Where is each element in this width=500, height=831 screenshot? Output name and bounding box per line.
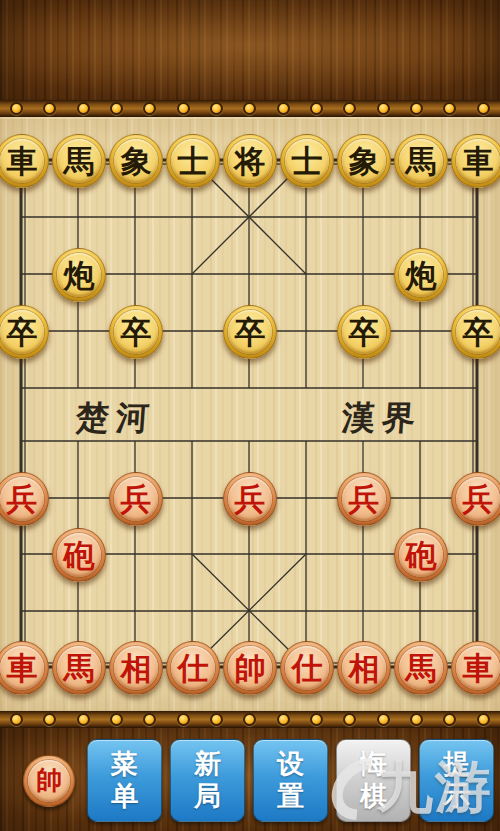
menu-button-label: 单: [111, 781, 138, 812]
rivet-stud: [177, 713, 190, 726]
settings-button-label: 置: [277, 781, 304, 812]
rivet-stud: [310, 102, 323, 115]
settings-button-label: 设: [277, 749, 304, 780]
rivet-stud: [43, 713, 56, 726]
red-horse-piece[interactable]: 馬: [394, 641, 448, 695]
piece-character: 炮: [64, 260, 95, 291]
red-chariot-piece[interactable]: 車: [451, 641, 500, 695]
rivet-stud: [410, 713, 423, 726]
piece-character: 卒: [349, 317, 380, 348]
undo-button[interactable]: 悔 棋: [336, 739, 411, 822]
piece-character: 卒: [463, 317, 494, 348]
hint-button-label: 示: [443, 781, 470, 812]
piece-character: 卒: [121, 317, 152, 348]
black-cannon-piece[interactable]: 炮: [394, 248, 448, 302]
red-soldier-piece[interactable]: 兵: [109, 472, 163, 526]
black-cannon-piece[interactable]: 炮: [52, 248, 106, 302]
rivet-stud: [310, 713, 323, 726]
red-elephant-piece[interactable]: 相: [337, 641, 391, 695]
black-advisor-piece[interactable]: 士: [166, 134, 220, 188]
board-grid: [0, 117, 500, 711]
rivet-stud: [143, 713, 156, 726]
rivet-stud: [10, 713, 23, 726]
hint-button[interactable]: 提 示: [419, 739, 494, 822]
piece-character: 車: [463, 146, 494, 177]
piece-character: 車: [7, 653, 38, 684]
rivet-stud: [477, 713, 490, 726]
black-chariot-piece[interactable]: 車: [451, 134, 500, 188]
red-advisor-piece[interactable]: 仕: [166, 641, 220, 695]
piece-character: 車: [7, 146, 38, 177]
piece-character: 兵: [7, 484, 38, 515]
turn-indicator-character: 帥: [36, 768, 62, 794]
rivet-stud: [443, 102, 456, 115]
rivet-stud: [377, 713, 390, 726]
black-advisor-piece[interactable]: 士: [280, 134, 334, 188]
xiangqi-board[interactable]: 楚河 漢界 車馬象士将士象馬車炮炮卒卒卒卒卒兵兵兵兵兵砲砲車馬相仕帥仕相馬車: [0, 117, 500, 711]
undo-button-label: 棋: [360, 781, 387, 812]
red-horse-piece[interactable]: 馬: [52, 641, 106, 695]
piece-character: 兵: [463, 484, 494, 515]
menu-button-label: 菜: [111, 749, 138, 780]
piece-character: 砲: [406, 540, 437, 571]
black-general-piece[interactable]: 将: [223, 134, 277, 188]
new-game-button[interactable]: 新 局: [170, 739, 245, 822]
rivet-stud: [110, 713, 123, 726]
piece-character: 象: [349, 146, 380, 177]
red-cannon-piece[interactable]: 砲: [52, 528, 106, 582]
hint-button-label: 提: [443, 749, 470, 780]
piece-character: 将: [235, 146, 266, 177]
rivet-stud: [477, 102, 490, 115]
black-soldier-piece[interactable]: 卒: [451, 305, 500, 359]
black-soldier-piece[interactable]: 卒: [223, 305, 277, 359]
piece-character: 仕: [178, 653, 209, 684]
rivet-stud: [243, 713, 256, 726]
piece-character: 馬: [64, 146, 95, 177]
new-game-button-label: 局: [194, 781, 221, 812]
piece-character: 炮: [406, 260, 437, 291]
piece-character: 馬: [406, 653, 437, 684]
stud-rail-bottom: [0, 711, 500, 728]
rivet-stud: [43, 102, 56, 115]
wood-frame-top: [0, 0, 500, 100]
new-game-button-label: 新: [194, 749, 221, 780]
red-advisor-piece[interactable]: 仕: [280, 641, 334, 695]
piece-character: 士: [292, 146, 323, 177]
river-label-han-jie: 漢界: [341, 398, 424, 438]
river-label-chu-he: 楚河: [75, 398, 158, 438]
rivet-stud: [10, 102, 23, 115]
rivet-stud: [277, 713, 290, 726]
rivet-stud: [110, 102, 123, 115]
red-soldier-piece[interactable]: 兵: [451, 472, 500, 526]
rivet-stud: [210, 102, 223, 115]
rivet-stud: [343, 102, 356, 115]
piece-character: 相: [121, 653, 152, 684]
piece-character: 兵: [121, 484, 152, 515]
piece-character: 馬: [64, 653, 95, 684]
rivet-stud: [210, 713, 223, 726]
red-general-piece[interactable]: 帥: [223, 641, 277, 695]
black-elephant-piece[interactable]: 象: [109, 134, 163, 188]
xiangqi-app: 楚河 漢界 車馬象士将士象馬車炮炮卒卒卒卒卒兵兵兵兵兵砲砲車馬相仕帥仕相馬車 帥…: [0, 0, 500, 831]
rivet-stud: [77, 102, 90, 115]
rivet-stud: [343, 713, 356, 726]
rivet-stud: [377, 102, 390, 115]
piece-character: 兵: [235, 484, 266, 515]
menu-button[interactable]: 菜 单: [87, 739, 162, 822]
piece-character: 象: [121, 146, 152, 177]
rivet-stud: [77, 713, 90, 726]
rivet-stud: [443, 713, 456, 726]
black-soldier-piece[interactable]: 卒: [337, 305, 391, 359]
piece-character: 仕: [292, 653, 323, 684]
rivet-stud: [243, 102, 256, 115]
stud-rail-top: [0, 100, 500, 117]
red-elephant-piece[interactable]: 相: [109, 641, 163, 695]
piece-character: 車: [463, 653, 494, 684]
red-soldier-piece[interactable]: 兵: [337, 472, 391, 526]
piece-character: 砲: [64, 540, 95, 571]
black-elephant-piece[interactable]: 象: [337, 134, 391, 188]
black-horse-piece[interactable]: 馬: [394, 134, 448, 188]
rivet-stud: [143, 102, 156, 115]
piece-character: 相: [349, 653, 380, 684]
piece-character: 馬: [406, 146, 437, 177]
black-horse-piece[interactable]: 馬: [52, 134, 106, 188]
red-soldier-piece[interactable]: 兵: [223, 472, 277, 526]
piece-character: 士: [178, 146, 209, 177]
piece-character: 卒: [235, 317, 266, 348]
piece-character: 卒: [7, 317, 38, 348]
settings-button[interactable]: 设 置: [253, 739, 328, 822]
undo-button-label: 悔: [360, 749, 387, 780]
rivet-stud: [277, 102, 290, 115]
rivet-stud: [410, 102, 423, 115]
turn-indicator-red-general: 帥: [23, 755, 75, 807]
rivet-stud: [177, 102, 190, 115]
black-soldier-piece[interactable]: 卒: [109, 305, 163, 359]
piece-character: 帥: [235, 653, 266, 684]
red-cannon-piece[interactable]: 砲: [394, 528, 448, 582]
piece-character: 兵: [349, 484, 380, 515]
